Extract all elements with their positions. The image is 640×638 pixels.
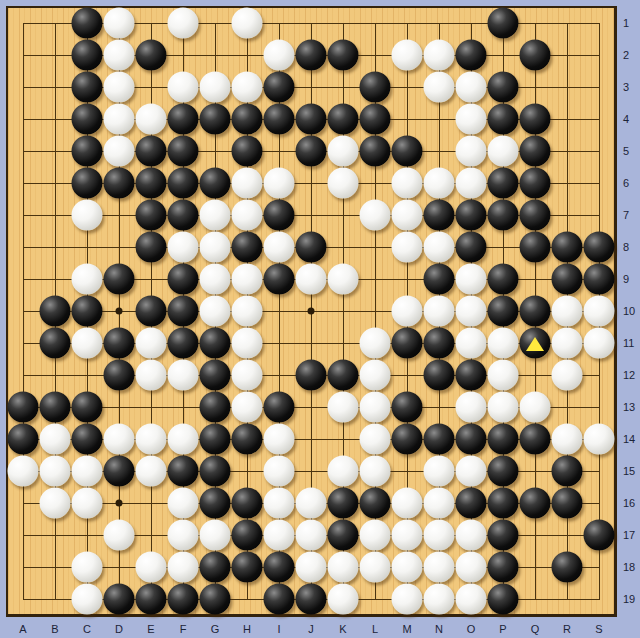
row-label-18: 18 bbox=[623, 562, 635, 573]
white-stone-C19[interactable] bbox=[72, 584, 103, 615]
black-stone-B11[interactable] bbox=[40, 328, 71, 359]
white-stone-N18[interactable] bbox=[424, 552, 455, 583]
white-stone-N10[interactable] bbox=[424, 296, 455, 327]
black-stone-F15[interactable] bbox=[168, 456, 199, 487]
black-stone-F7[interactable] bbox=[168, 200, 199, 231]
black-stone-I18[interactable] bbox=[264, 552, 295, 583]
row-label-10: 10 bbox=[623, 306, 635, 317]
white-stone-R14[interactable] bbox=[552, 424, 583, 455]
black-stone-G13[interactable] bbox=[200, 392, 231, 423]
white-stone-G8[interactable] bbox=[200, 232, 231, 263]
white-stone-Q13[interactable] bbox=[520, 392, 551, 423]
black-stone-A14[interactable] bbox=[8, 424, 39, 455]
black-stone-R16[interactable] bbox=[552, 488, 583, 519]
white-stone-M8[interactable] bbox=[392, 232, 423, 263]
white-stone-O17[interactable] bbox=[456, 520, 487, 551]
black-stone-K2[interactable] bbox=[328, 40, 359, 71]
white-stone-J18[interactable] bbox=[296, 552, 327, 583]
white-stone-C16[interactable] bbox=[72, 488, 103, 519]
black-stone-H17[interactable] bbox=[232, 520, 263, 551]
white-stone-O11[interactable] bbox=[456, 328, 487, 359]
black-stone-E2[interactable] bbox=[136, 40, 167, 71]
white-stone-F1[interactable] bbox=[168, 8, 199, 39]
black-stone-H16[interactable] bbox=[232, 488, 263, 519]
white-stone-I2[interactable] bbox=[264, 40, 295, 71]
black-stone-S8[interactable] bbox=[584, 232, 615, 263]
white-stone-D2[interactable] bbox=[104, 40, 135, 71]
white-stone-O6[interactable] bbox=[456, 168, 487, 199]
black-stone-B10[interactable] bbox=[40, 296, 71, 327]
column-label-F: F bbox=[180, 624, 187, 635]
white-stone-O5[interactable] bbox=[456, 136, 487, 167]
black-stone-C6[interactable] bbox=[72, 168, 103, 199]
go-board[interactable] bbox=[6, 6, 617, 617]
black-stone-K12[interactable] bbox=[328, 360, 359, 391]
white-stone-M18[interactable] bbox=[392, 552, 423, 583]
column-label-P: P bbox=[499, 624, 506, 635]
black-stone-L16[interactable] bbox=[360, 488, 391, 519]
white-stone-O3[interactable] bbox=[456, 72, 487, 103]
black-stone-C2[interactable] bbox=[72, 40, 103, 71]
white-stone-G7[interactable] bbox=[200, 200, 231, 231]
black-stone-Q6[interactable] bbox=[520, 168, 551, 199]
black-stone-M14[interactable] bbox=[392, 424, 423, 455]
white-stone-M10[interactable] bbox=[392, 296, 423, 327]
white-stone-M17[interactable] bbox=[392, 520, 423, 551]
white-stone-H6[interactable] bbox=[232, 168, 263, 199]
black-stone-I4[interactable] bbox=[264, 104, 295, 135]
white-stone-I6[interactable] bbox=[264, 168, 295, 199]
black-stone-M11[interactable] bbox=[392, 328, 423, 359]
black-stone-C3[interactable] bbox=[72, 72, 103, 103]
go-app-window: 12345678910111213141516171819 ABCDEFGHIJ… bbox=[0, 0, 640, 638]
white-stone-I17[interactable] bbox=[264, 520, 295, 551]
column-label-H: H bbox=[243, 624, 251, 635]
column-label-R: R bbox=[563, 624, 571, 635]
black-stone-C10[interactable] bbox=[72, 296, 103, 327]
white-stone-N15[interactable] bbox=[424, 456, 455, 487]
black-stone-F4[interactable] bbox=[168, 104, 199, 135]
black-stone-H8[interactable] bbox=[232, 232, 263, 263]
black-stone-G4[interactable] bbox=[200, 104, 231, 135]
white-stone-M2[interactable] bbox=[392, 40, 423, 71]
black-stone-G6[interactable] bbox=[200, 168, 231, 199]
row-label-7: 7 bbox=[623, 210, 629, 221]
white-stone-L18[interactable] bbox=[360, 552, 391, 583]
black-stone-F10[interactable] bbox=[168, 296, 199, 327]
white-stone-F14[interactable] bbox=[168, 424, 199, 455]
black-stone-E7[interactable] bbox=[136, 200, 167, 231]
white-stone-N8[interactable] bbox=[424, 232, 455, 263]
black-stone-K4[interactable] bbox=[328, 104, 359, 135]
white-stone-P12[interactable] bbox=[488, 360, 519, 391]
black-stone-F9[interactable] bbox=[168, 264, 199, 295]
white-stone-H9[interactable] bbox=[232, 264, 263, 295]
white-stone-K5[interactable] bbox=[328, 136, 359, 167]
row-label-8: 8 bbox=[623, 242, 629, 253]
white-stone-F17[interactable] bbox=[168, 520, 199, 551]
white-stone-I15[interactable] bbox=[264, 456, 295, 487]
star-point bbox=[116, 500, 123, 507]
white-stone-C18[interactable] bbox=[72, 552, 103, 583]
white-stone-M16[interactable] bbox=[392, 488, 423, 519]
black-stone-R9[interactable] bbox=[552, 264, 583, 295]
black-stone-N7[interactable] bbox=[424, 200, 455, 231]
white-stone-P13[interactable] bbox=[488, 392, 519, 423]
white-stone-O18[interactable] bbox=[456, 552, 487, 583]
white-stone-H13[interactable] bbox=[232, 392, 263, 423]
black-stone-Q7[interactable] bbox=[520, 200, 551, 231]
black-stone-G19[interactable] bbox=[200, 584, 231, 615]
black-stone-F11[interactable] bbox=[168, 328, 199, 359]
white-stone-O13[interactable] bbox=[456, 392, 487, 423]
black-stone-E10[interactable] bbox=[136, 296, 167, 327]
white-stone-H7[interactable] bbox=[232, 200, 263, 231]
white-stone-E18[interactable] bbox=[136, 552, 167, 583]
white-stone-J17[interactable] bbox=[296, 520, 327, 551]
black-stone-P16[interactable] bbox=[488, 488, 519, 519]
black-stone-P1[interactable] bbox=[488, 8, 519, 39]
black-stone-C13[interactable] bbox=[72, 392, 103, 423]
column-label-L: L bbox=[372, 624, 378, 635]
black-stone-H14[interactable] bbox=[232, 424, 263, 455]
row-label-15: 15 bbox=[623, 466, 635, 477]
white-stone-C11[interactable] bbox=[72, 328, 103, 359]
white-stone-D1[interactable] bbox=[104, 8, 135, 39]
black-stone-P6[interactable] bbox=[488, 168, 519, 199]
white-stone-D3[interactable] bbox=[104, 72, 135, 103]
black-stone-H4[interactable] bbox=[232, 104, 263, 135]
white-stone-H10[interactable] bbox=[232, 296, 263, 327]
black-stone-Q8[interactable] bbox=[520, 232, 551, 263]
white-stone-J9[interactable] bbox=[296, 264, 327, 295]
white-stone-H11[interactable] bbox=[232, 328, 263, 359]
white-stone-N6[interactable] bbox=[424, 168, 455, 199]
black-stone-J4[interactable] bbox=[296, 104, 327, 135]
black-stone-J2[interactable] bbox=[296, 40, 327, 71]
row-label-14: 14 bbox=[623, 434, 635, 445]
black-stone-O8[interactable] bbox=[456, 232, 487, 263]
white-stone-B14[interactable] bbox=[40, 424, 71, 455]
black-stone-G12[interactable] bbox=[200, 360, 231, 391]
white-stone-M6[interactable] bbox=[392, 168, 423, 199]
black-stone-Q10[interactable] bbox=[520, 296, 551, 327]
black-stone-O2[interactable] bbox=[456, 40, 487, 71]
white-stone-D17[interactable] bbox=[104, 520, 135, 551]
white-stone-K9[interactable] bbox=[328, 264, 359, 295]
black-stone-C5[interactable] bbox=[72, 136, 103, 167]
white-stone-D14[interactable] bbox=[104, 424, 135, 455]
black-stone-G11[interactable] bbox=[200, 328, 231, 359]
white-stone-G17[interactable] bbox=[200, 520, 231, 551]
white-stone-P11[interactable] bbox=[488, 328, 519, 359]
black-stone-I13[interactable] bbox=[264, 392, 295, 423]
black-stone-P10[interactable] bbox=[488, 296, 519, 327]
white-stone-H1[interactable] bbox=[232, 8, 263, 39]
white-stone-B15[interactable] bbox=[40, 456, 71, 487]
black-stone-J19[interactable] bbox=[296, 584, 327, 615]
white-stone-O9[interactable] bbox=[456, 264, 487, 295]
white-stone-R10[interactable] bbox=[552, 296, 583, 327]
white-stone-J16[interactable] bbox=[296, 488, 327, 519]
white-stone-C15[interactable] bbox=[72, 456, 103, 487]
white-stone-O10[interactable] bbox=[456, 296, 487, 327]
white-stone-G10[interactable] bbox=[200, 296, 231, 327]
white-stone-S11[interactable] bbox=[584, 328, 615, 359]
white-stone-N19[interactable] bbox=[424, 584, 455, 615]
column-label-E: E bbox=[147, 624, 154, 635]
white-stone-E12[interactable] bbox=[136, 360, 167, 391]
black-stone-O7[interactable] bbox=[456, 200, 487, 231]
black-stone-R8[interactable] bbox=[552, 232, 583, 263]
white-stone-G9[interactable] bbox=[200, 264, 231, 295]
black-stone-J8[interactable] bbox=[296, 232, 327, 263]
white-stone-N17[interactable] bbox=[424, 520, 455, 551]
row-label-1: 1 bbox=[623, 18, 629, 29]
black-stone-N12[interactable] bbox=[424, 360, 455, 391]
white-stone-E11[interactable] bbox=[136, 328, 167, 359]
black-stone-I9[interactable] bbox=[264, 264, 295, 295]
black-stone-D9[interactable] bbox=[104, 264, 135, 295]
white-stone-C9[interactable] bbox=[72, 264, 103, 295]
black-stone-D12[interactable] bbox=[104, 360, 135, 391]
black-stone-G16[interactable] bbox=[200, 488, 231, 519]
white-stone-E4[interactable] bbox=[136, 104, 167, 135]
black-stone-H5[interactable] bbox=[232, 136, 263, 167]
black-stone-L5[interactable] bbox=[360, 136, 391, 167]
white-stone-K18[interactable] bbox=[328, 552, 359, 583]
black-stone-P4[interactable] bbox=[488, 104, 519, 135]
white-stone-N16[interactable] bbox=[424, 488, 455, 519]
black-stone-O14[interactable] bbox=[456, 424, 487, 455]
white-stone-K19[interactable] bbox=[328, 584, 359, 615]
white-stone-N2[interactable] bbox=[424, 40, 455, 71]
white-stone-A15[interactable] bbox=[8, 456, 39, 487]
black-stone-K17[interactable] bbox=[328, 520, 359, 551]
black-stone-R18[interactable] bbox=[552, 552, 583, 583]
black-stone-I7[interactable] bbox=[264, 200, 295, 231]
black-stone-R15[interactable] bbox=[552, 456, 583, 487]
black-stone-N14[interactable] bbox=[424, 424, 455, 455]
black-stone-D6[interactable] bbox=[104, 168, 135, 199]
black-stone-Q2[interactable] bbox=[520, 40, 551, 71]
row-label-13: 13 bbox=[623, 402, 635, 413]
black-stone-G15[interactable] bbox=[200, 456, 231, 487]
row-label-19: 19 bbox=[623, 594, 635, 605]
black-stone-N9[interactable] bbox=[424, 264, 455, 295]
black-stone-J12[interactable] bbox=[296, 360, 327, 391]
black-stone-M5[interactable] bbox=[392, 136, 423, 167]
black-stone-L3[interactable] bbox=[360, 72, 391, 103]
white-stone-L11[interactable] bbox=[360, 328, 391, 359]
white-stone-L7[interactable] bbox=[360, 200, 391, 231]
white-stone-P5[interactable] bbox=[488, 136, 519, 167]
white-stone-O4[interactable] bbox=[456, 104, 487, 135]
column-label-B: B bbox=[51, 624, 58, 635]
white-stone-B16[interactable] bbox=[40, 488, 71, 519]
white-stone-L12[interactable] bbox=[360, 360, 391, 391]
black-stone-Q14[interactable] bbox=[520, 424, 551, 455]
white-stone-O19[interactable] bbox=[456, 584, 487, 615]
row-label-9: 9 bbox=[623, 274, 629, 285]
white-stone-M7[interactable] bbox=[392, 200, 423, 231]
white-stone-F3[interactable] bbox=[168, 72, 199, 103]
white-stone-F16[interactable] bbox=[168, 488, 199, 519]
white-stone-F12[interactable] bbox=[168, 360, 199, 391]
row-label-3: 3 bbox=[623, 82, 629, 93]
black-stone-J5[interactable] bbox=[296, 136, 327, 167]
white-stone-C7[interactable] bbox=[72, 200, 103, 231]
white-stone-L15[interactable] bbox=[360, 456, 391, 487]
last-move-marker bbox=[526, 337, 544, 351]
white-stone-D5[interactable] bbox=[104, 136, 135, 167]
white-stone-E15[interactable] bbox=[136, 456, 167, 487]
black-stone-E8[interactable] bbox=[136, 232, 167, 263]
black-stone-C4[interactable] bbox=[72, 104, 103, 135]
white-stone-K15[interactable] bbox=[328, 456, 359, 487]
white-stone-S10[interactable] bbox=[584, 296, 615, 327]
black-stone-G14[interactable] bbox=[200, 424, 231, 455]
row-label-6: 6 bbox=[623, 178, 629, 189]
black-stone-Q5[interactable] bbox=[520, 136, 551, 167]
black-stone-A13[interactable] bbox=[8, 392, 39, 423]
black-stone-E6[interactable] bbox=[136, 168, 167, 199]
black-stone-S9[interactable] bbox=[584, 264, 615, 295]
white-stone-G3[interactable] bbox=[200, 72, 231, 103]
white-stone-R12[interactable] bbox=[552, 360, 583, 391]
black-stone-C14[interactable] bbox=[72, 424, 103, 455]
column-label-C: C bbox=[83, 624, 91, 635]
column-label-K: K bbox=[339, 624, 346, 635]
black-stone-Q4[interactable] bbox=[520, 104, 551, 135]
star-point bbox=[116, 308, 123, 315]
column-label-I: I bbox=[277, 624, 280, 635]
black-stone-S17[interactable] bbox=[584, 520, 615, 551]
black-stone-P7[interactable] bbox=[488, 200, 519, 231]
column-label-S: S bbox=[595, 624, 602, 635]
row-label-16: 16 bbox=[623, 498, 635, 509]
black-stone-P15[interactable] bbox=[488, 456, 519, 487]
black-stone-P18[interactable] bbox=[488, 552, 519, 583]
black-stone-Q16[interactable] bbox=[520, 488, 551, 519]
white-stone-L17[interactable] bbox=[360, 520, 391, 551]
black-stone-P14[interactable] bbox=[488, 424, 519, 455]
white-stone-O15[interactable] bbox=[456, 456, 487, 487]
black-stone-K16[interactable] bbox=[328, 488, 359, 519]
black-stone-H18[interactable] bbox=[232, 552, 263, 583]
white-stone-I8[interactable] bbox=[264, 232, 295, 263]
black-stone-D11[interactable] bbox=[104, 328, 135, 359]
white-stone-F8[interactable] bbox=[168, 232, 199, 263]
row-label-11: 11 bbox=[623, 338, 634, 349]
black-stone-O12[interactable] bbox=[456, 360, 487, 391]
white-stone-S14[interactable] bbox=[584, 424, 615, 455]
black-stone-I19[interactable] bbox=[264, 584, 295, 615]
black-stone-N11[interactable] bbox=[424, 328, 455, 359]
black-stone-E19[interactable] bbox=[136, 584, 167, 615]
black-stone-I3[interactable] bbox=[264, 72, 295, 103]
column-label-O: O bbox=[467, 624, 476, 635]
black-stone-P3[interactable] bbox=[488, 72, 519, 103]
row-label-17: 17 bbox=[623, 530, 635, 541]
white-stone-N3[interactable] bbox=[424, 72, 455, 103]
black-stone-P17[interactable] bbox=[488, 520, 519, 551]
white-stone-M19[interactable] bbox=[392, 584, 423, 615]
black-stone-P19[interactable] bbox=[488, 584, 519, 615]
white-stone-E14[interactable] bbox=[136, 424, 167, 455]
row-label-5: 5 bbox=[623, 146, 629, 157]
star-point bbox=[308, 308, 315, 315]
white-stone-I14[interactable] bbox=[264, 424, 295, 455]
black-stone-E5[interactable] bbox=[136, 136, 167, 167]
black-stone-B13[interactable] bbox=[40, 392, 71, 423]
white-stone-D4[interactable] bbox=[104, 104, 135, 135]
white-stone-F18[interactable] bbox=[168, 552, 199, 583]
white-stone-K6[interactable] bbox=[328, 168, 359, 199]
white-stone-L13[interactable] bbox=[360, 392, 391, 423]
row-label-12: 12 bbox=[623, 370, 635, 381]
black-stone-D15[interactable] bbox=[104, 456, 135, 487]
column-label-J: J bbox=[308, 624, 314, 635]
black-stone-C1[interactable] bbox=[72, 8, 103, 39]
row-label-2: 2 bbox=[623, 50, 629, 61]
white-stone-H3[interactable] bbox=[232, 72, 263, 103]
column-label-G: G bbox=[211, 624, 220, 635]
white-stone-I16[interactable] bbox=[264, 488, 295, 519]
white-stone-K13[interactable] bbox=[328, 392, 359, 423]
black-stone-O16[interactable] bbox=[456, 488, 487, 519]
black-stone-M13[interactable] bbox=[392, 392, 423, 423]
white-stone-R11[interactable] bbox=[552, 328, 583, 359]
white-stone-L14[interactable] bbox=[360, 424, 391, 455]
column-label-N: N bbox=[435, 624, 443, 635]
black-stone-P9[interactable] bbox=[488, 264, 519, 295]
black-stone-F5[interactable] bbox=[168, 136, 199, 167]
black-stone-F6[interactable] bbox=[168, 168, 199, 199]
row-label-4: 4 bbox=[623, 114, 629, 125]
column-label-Q: Q bbox=[531, 624, 540, 635]
black-stone-L4[interactable] bbox=[360, 104, 391, 135]
column-label-A: A bbox=[19, 624, 26, 635]
column-label-M: M bbox=[402, 624, 411, 635]
black-stone-G18[interactable] bbox=[200, 552, 231, 583]
black-stone-F19[interactable] bbox=[168, 584, 199, 615]
white-stone-H12[interactable] bbox=[232, 360, 263, 391]
black-stone-D19[interactable] bbox=[104, 584, 135, 615]
column-label-D: D bbox=[115, 624, 123, 635]
